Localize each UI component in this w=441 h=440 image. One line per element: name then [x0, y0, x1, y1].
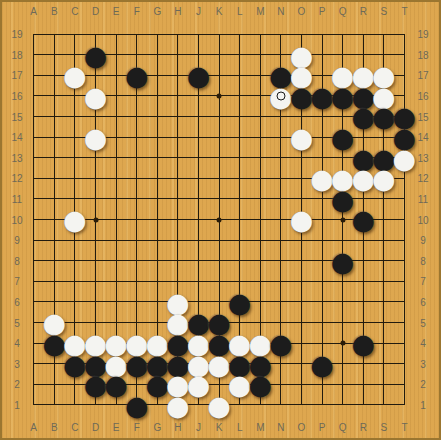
intersection-G3[interactable]: ● [147, 353, 168, 374]
intersection-M12[interactable] [250, 168, 271, 189]
intersection-D7[interactable] [85, 271, 106, 292]
intersection-A1[interactable] [23, 394, 44, 415]
intersection-L2[interactable]: ● [229, 374, 250, 395]
intersection-K8[interactable] [209, 250, 230, 271]
intersection-M17[interactable] [250, 65, 271, 86]
intersection-R18[interactable] [353, 44, 374, 65]
intersection-S17[interactable]: ● [373, 65, 394, 86]
intersection-F5[interactable] [126, 312, 147, 333]
intersection-B12[interactable] [44, 168, 65, 189]
intersection-S14[interactable] [373, 127, 394, 148]
intersection-M8[interactable] [250, 250, 271, 271]
intersection-H12[interactable] [168, 168, 189, 189]
intersection-D9[interactable] [85, 230, 106, 251]
intersection-L13[interactable] [229, 147, 250, 168]
intersection-N7[interactable] [271, 271, 292, 292]
intersection-L3[interactable]: ● [229, 353, 250, 374]
intersection-H14[interactable] [168, 127, 189, 148]
intersection-N18[interactable] [271, 44, 292, 65]
intersection-N5[interactable] [271, 312, 292, 333]
intersection-T17[interactable] [394, 65, 415, 86]
intersection-D6[interactable] [85, 292, 106, 313]
intersection-H15[interactable] [168, 106, 189, 127]
intersection-A5[interactable] [23, 312, 44, 333]
intersection-D5[interactable] [85, 312, 106, 333]
intersection-Q12[interactable]: ● [332, 168, 353, 189]
intersection-R19[interactable] [353, 24, 374, 45]
intersection-B7[interactable] [44, 271, 65, 292]
intersection-P19[interactable] [312, 24, 333, 45]
intersection-M13[interactable] [250, 147, 271, 168]
intersection-S7[interactable] [373, 271, 394, 292]
intersection-Q1[interactable] [332, 394, 353, 415]
intersection-D2[interactable]: ● [85, 374, 106, 395]
intersection-F10[interactable] [126, 209, 147, 230]
intersection-J8[interactable] [188, 250, 209, 271]
intersection-F13[interactable] [126, 147, 147, 168]
intersection-N10[interactable] [271, 209, 292, 230]
intersection-H18[interactable] [168, 44, 189, 65]
intersection-R6[interactable] [353, 292, 374, 313]
intersection-M4[interactable]: ● [250, 333, 271, 354]
intersection-S9[interactable] [373, 230, 394, 251]
intersection-F15[interactable] [126, 106, 147, 127]
intersection-H17[interactable] [168, 65, 189, 86]
intersection-C2[interactable] [65, 374, 86, 395]
intersection-N9[interactable] [271, 230, 292, 251]
intersection-E5[interactable] [106, 312, 127, 333]
intersection-B17[interactable] [44, 65, 65, 86]
intersection-K9[interactable] [209, 230, 230, 251]
intersection-C12[interactable] [65, 168, 86, 189]
intersection-E17[interactable] [106, 65, 127, 86]
intersection-L4[interactable]: ● [229, 333, 250, 354]
intersection-T12[interactable] [394, 168, 415, 189]
intersection-Q5[interactable] [332, 312, 353, 333]
intersection-C13[interactable] [65, 147, 86, 168]
intersection-Q18[interactable] [332, 44, 353, 65]
intersection-A4[interactable] [23, 333, 44, 354]
intersection-J15[interactable] [188, 106, 209, 127]
intersection-N4[interactable]: ● [271, 333, 292, 354]
intersection-M18[interactable] [250, 44, 271, 65]
intersection-K5[interactable]: ● [209, 312, 230, 333]
intersection-D10[interactable] [85, 209, 106, 230]
intersection-G2[interactable]: ● [147, 374, 168, 395]
intersection-A8[interactable] [23, 250, 44, 271]
intersection-R3[interactable] [353, 353, 374, 374]
intersection-Q7[interactable] [332, 271, 353, 292]
intersection-K12[interactable] [209, 168, 230, 189]
intersection-E13[interactable] [106, 147, 127, 168]
intersection-R7[interactable] [353, 271, 374, 292]
intersection-O12[interactable] [291, 168, 312, 189]
intersection-A3[interactable] [23, 353, 44, 374]
intersection-O10[interactable]: ● [291, 209, 312, 230]
intersection-A14[interactable] [23, 127, 44, 148]
intersection-T2[interactable] [394, 374, 415, 395]
intersection-O3[interactable] [291, 353, 312, 374]
intersection-M9[interactable] [250, 230, 271, 251]
intersection-A13[interactable] [23, 147, 44, 168]
intersection-M5[interactable] [250, 312, 271, 333]
intersection-D13[interactable] [85, 147, 106, 168]
intersection-H6[interactable]: ● [168, 292, 189, 313]
intersection-D17[interactable] [85, 65, 106, 86]
intersection-G13[interactable] [147, 147, 168, 168]
intersection-F9[interactable] [126, 230, 147, 251]
intersection-T11[interactable] [394, 189, 415, 210]
intersection-R17[interactable]: ● [353, 65, 374, 86]
intersection-G15[interactable] [147, 106, 168, 127]
intersection-P7[interactable] [312, 271, 333, 292]
intersection-R5[interactable] [353, 312, 374, 333]
intersection-J9[interactable] [188, 230, 209, 251]
intersection-O13[interactable] [291, 147, 312, 168]
intersection-N3[interactable] [271, 353, 292, 374]
intersection-F14[interactable] [126, 127, 147, 148]
intersection-A16[interactable] [23, 86, 44, 107]
intersection-B14[interactable] [44, 127, 65, 148]
intersection-O14[interactable]: ● [291, 127, 312, 148]
intersection-C15[interactable] [65, 106, 86, 127]
intersection-B4[interactable]: ● [44, 333, 65, 354]
intersection-P18[interactable] [312, 44, 333, 65]
intersection-L1[interactable] [229, 394, 250, 415]
intersection-T4[interactable] [394, 333, 415, 354]
intersection-P5[interactable] [312, 312, 333, 333]
intersection-H3[interactable]: ● [168, 353, 189, 374]
intersection-T5[interactable] [394, 312, 415, 333]
intersection-S5[interactable] [373, 312, 394, 333]
intersection-B5[interactable]: ● [44, 312, 65, 333]
intersection-J17[interactable]: ● [188, 65, 209, 86]
intersection-S2[interactable] [373, 374, 394, 395]
intersection-H5[interactable]: ● [168, 312, 189, 333]
intersection-Q9[interactable] [332, 230, 353, 251]
intersection-B16[interactable] [44, 86, 65, 107]
intersection-J13[interactable] [188, 147, 209, 168]
intersection-H19[interactable] [168, 24, 189, 45]
intersection-K1[interactable]: ● [209, 394, 230, 415]
intersection-E2[interactable]: ● [106, 374, 127, 395]
intersection-C1[interactable] [65, 394, 86, 415]
intersection-D15[interactable] [85, 106, 106, 127]
intersection-E19[interactable] [106, 24, 127, 45]
intersection-F1[interactable]: ● [126, 394, 147, 415]
intersection-R14[interactable] [353, 127, 374, 148]
intersection-E14[interactable] [106, 127, 127, 148]
intersection-G10[interactable] [147, 209, 168, 230]
intersection-J6[interactable] [188, 292, 209, 313]
intersection-A7[interactable] [23, 271, 44, 292]
intersection-K3[interactable]: ● [209, 353, 230, 374]
intersection-C17[interactable]: ● [65, 65, 86, 86]
intersection-D3[interactable]: ● [85, 353, 106, 374]
intersection-C4[interactable]: ● [65, 333, 86, 354]
intersection-O5[interactable] [291, 312, 312, 333]
intersection-J18[interactable] [188, 44, 209, 65]
intersection-D19[interactable] [85, 24, 106, 45]
intersection-F16[interactable] [126, 86, 147, 107]
intersection-L15[interactable] [229, 106, 250, 127]
intersection-J14[interactable] [188, 127, 209, 148]
intersection-A12[interactable] [23, 168, 44, 189]
intersection-B13[interactable] [44, 147, 65, 168]
intersection-J3[interactable]: ● [188, 353, 209, 374]
intersection-K6[interactable] [209, 292, 230, 313]
intersection-H9[interactable] [168, 230, 189, 251]
intersection-F18[interactable] [126, 44, 147, 65]
intersection-C18[interactable] [65, 44, 86, 65]
intersection-A6[interactable] [23, 292, 44, 313]
intersection-E10[interactable] [106, 209, 127, 230]
intersection-P9[interactable] [312, 230, 333, 251]
intersection-L12[interactable] [229, 168, 250, 189]
intersection-H4[interactable]: ● [168, 333, 189, 354]
intersection-O15[interactable] [291, 106, 312, 127]
intersection-F8[interactable] [126, 250, 147, 271]
intersection-M19[interactable] [250, 24, 271, 45]
intersection-L5[interactable] [229, 312, 250, 333]
intersection-J7[interactable] [188, 271, 209, 292]
intersection-D14[interactable]: ● [85, 127, 106, 148]
intersection-O8[interactable] [291, 250, 312, 271]
intersection-R4[interactable]: ● [353, 333, 374, 354]
intersection-K18[interactable] [209, 44, 230, 65]
intersection-A9[interactable] [23, 230, 44, 251]
intersection-O16[interactable]: ● [291, 86, 312, 107]
intersection-L11[interactable] [229, 189, 250, 210]
intersection-P2[interactable] [312, 374, 333, 395]
intersection-O2[interactable] [291, 374, 312, 395]
intersection-S19[interactable] [373, 24, 394, 45]
intersection-J4[interactable]: ● [188, 333, 209, 354]
intersection-K7[interactable] [209, 271, 230, 292]
intersection-F2[interactable] [126, 374, 147, 395]
intersection-H1[interactable]: ● [168, 394, 189, 415]
intersection-R15[interactable]: ● [353, 106, 374, 127]
intersection-E4[interactable]: ● [106, 333, 127, 354]
intersection-R11[interactable] [353, 189, 374, 210]
intersection-P4[interactable] [312, 333, 333, 354]
intersection-F12[interactable] [126, 168, 147, 189]
intersection-A2[interactable] [23, 374, 44, 395]
intersection-D11[interactable] [85, 189, 106, 210]
intersection-H7[interactable] [168, 271, 189, 292]
intersection-P15[interactable] [312, 106, 333, 127]
intersection-Q17[interactable]: ● [332, 65, 353, 86]
intersection-B10[interactable] [44, 209, 65, 230]
intersection-O9[interactable] [291, 230, 312, 251]
intersection-E3[interactable]: ● [106, 353, 127, 374]
intersection-J2[interactable]: ● [188, 374, 209, 395]
intersection-B6[interactable] [44, 292, 65, 313]
intersection-K19[interactable] [209, 24, 230, 45]
intersection-K16[interactable] [209, 86, 230, 107]
intersection-M1[interactable] [250, 394, 271, 415]
intersection-C16[interactable] [65, 86, 86, 107]
intersection-P3[interactable]: ● [312, 353, 333, 374]
intersection-N19[interactable] [271, 24, 292, 45]
intersection-K13[interactable] [209, 147, 230, 168]
intersection-O4[interactable] [291, 333, 312, 354]
intersection-Q10[interactable] [332, 209, 353, 230]
intersection-L16[interactable] [229, 86, 250, 107]
intersection-B8[interactable] [44, 250, 65, 271]
intersection-N12[interactable] [271, 168, 292, 189]
intersection-C10[interactable]: ● [65, 209, 86, 230]
intersection-T3[interactable] [394, 353, 415, 374]
intersection-T18[interactable] [394, 44, 415, 65]
intersection-D1[interactable] [85, 394, 106, 415]
intersection-N6[interactable] [271, 292, 292, 313]
intersection-R16[interactable]: ● [353, 86, 374, 107]
intersection-B1[interactable] [44, 394, 65, 415]
intersection-O7[interactable] [291, 271, 312, 292]
intersection-P14[interactable] [312, 127, 333, 148]
intersection-A18[interactable] [23, 44, 44, 65]
intersection-J19[interactable] [188, 24, 209, 45]
intersection-R10[interactable]: ● [353, 209, 374, 230]
intersection-M6[interactable] [250, 292, 271, 313]
intersection-M16[interactable] [250, 86, 271, 107]
intersection-Q3[interactable] [332, 353, 353, 374]
intersection-C8[interactable] [65, 250, 86, 271]
intersection-E12[interactable] [106, 168, 127, 189]
intersection-S16[interactable]: ● [373, 86, 394, 107]
intersection-N17[interactable]: ● [271, 65, 292, 86]
intersection-J5[interactable]: ● [188, 312, 209, 333]
intersection-S13[interactable]: ● [373, 147, 394, 168]
intersection-B9[interactable] [44, 230, 65, 251]
intersection-S10[interactable] [373, 209, 394, 230]
intersection-E9[interactable] [106, 230, 127, 251]
intersection-K11[interactable] [209, 189, 230, 210]
intersection-D4[interactable]: ● [85, 333, 106, 354]
intersection-T15[interactable]: ● [394, 106, 415, 127]
intersection-F3[interactable]: ● [126, 353, 147, 374]
intersection-G14[interactable] [147, 127, 168, 148]
intersection-G8[interactable] [147, 250, 168, 271]
intersection-L17[interactable] [229, 65, 250, 86]
intersection-H16[interactable] [168, 86, 189, 107]
intersection-A11[interactable] [23, 189, 44, 210]
intersection-G5[interactable] [147, 312, 168, 333]
intersection-L19[interactable] [229, 24, 250, 45]
intersection-Q8[interactable]: ● [332, 250, 353, 271]
intersection-N11[interactable] [271, 189, 292, 210]
intersection-P12[interactable]: ● [312, 168, 333, 189]
intersection-G19[interactable] [147, 24, 168, 45]
intersection-T10[interactable] [394, 209, 415, 230]
intersection-Q14[interactable]: ● [332, 127, 353, 148]
intersection-K4[interactable]: ● [209, 333, 230, 354]
intersection-T13[interactable]: ● [394, 147, 415, 168]
intersection-M15[interactable] [250, 106, 271, 127]
intersection-N15[interactable] [271, 106, 292, 127]
intersection-T6[interactable] [394, 292, 415, 313]
intersection-A15[interactable] [23, 106, 44, 127]
intersection-B19[interactable] [44, 24, 65, 45]
intersection-F11[interactable] [126, 189, 147, 210]
intersection-M2[interactable]: ● [250, 374, 271, 395]
intersection-C9[interactable] [65, 230, 86, 251]
intersection-H2[interactable]: ● [168, 374, 189, 395]
intersection-T7[interactable] [394, 271, 415, 292]
intersection-N8[interactable] [271, 250, 292, 271]
intersection-T19[interactable] [394, 24, 415, 45]
intersection-Q2[interactable] [332, 374, 353, 395]
intersection-G6[interactable] [147, 292, 168, 313]
intersection-R12[interactable]: ● [353, 168, 374, 189]
intersection-Q6[interactable] [332, 292, 353, 313]
intersection-A17[interactable] [23, 65, 44, 86]
intersection-R8[interactable] [353, 250, 374, 271]
intersection-C3[interactable]: ● [65, 353, 86, 374]
intersection-B15[interactable] [44, 106, 65, 127]
intersection-G11[interactable] [147, 189, 168, 210]
intersection-S8[interactable] [373, 250, 394, 271]
intersection-G9[interactable] [147, 230, 168, 251]
intersection-F19[interactable] [126, 24, 147, 45]
intersection-S18[interactable] [373, 44, 394, 65]
intersection-G7[interactable] [147, 271, 168, 292]
intersection-T16[interactable] [394, 86, 415, 107]
intersection-Q11[interactable]: ● [332, 189, 353, 210]
intersection-L18[interactable] [229, 44, 250, 65]
intersection-K17[interactable] [209, 65, 230, 86]
intersection-P8[interactable] [312, 250, 333, 271]
intersection-G17[interactable] [147, 65, 168, 86]
intersection-M14[interactable] [250, 127, 271, 148]
intersection-F7[interactable] [126, 271, 147, 292]
intersection-B3[interactable] [44, 353, 65, 374]
intersection-J16[interactable] [188, 86, 209, 107]
intersection-B18[interactable] [44, 44, 65, 65]
intersection-B2[interactable] [44, 374, 65, 395]
intersection-E15[interactable] [106, 106, 127, 127]
intersection-D12[interactable] [85, 168, 106, 189]
intersection-C6[interactable] [65, 292, 86, 313]
intersection-C19[interactable] [65, 24, 86, 45]
intersection-G1[interactable] [147, 394, 168, 415]
intersection-O17[interactable]: ● [291, 65, 312, 86]
intersection-D8[interactable] [85, 250, 106, 271]
intersection-N14[interactable] [271, 127, 292, 148]
intersection-S6[interactable] [373, 292, 394, 313]
intersection-E18[interactable] [106, 44, 127, 65]
intersection-M3[interactable]: ● [250, 353, 271, 374]
intersection-J1[interactable] [188, 394, 209, 415]
intersection-P6[interactable] [312, 292, 333, 313]
intersection-A10[interactable] [23, 209, 44, 230]
intersection-M10[interactable] [250, 209, 271, 230]
intersection-M11[interactable] [250, 189, 271, 210]
intersection-H10[interactable] [168, 209, 189, 230]
intersection-M7[interactable] [250, 271, 271, 292]
intersection-E7[interactable] [106, 271, 127, 292]
intersection-P11[interactable] [312, 189, 333, 210]
intersection-S3[interactable] [373, 353, 394, 374]
intersection-E1[interactable] [106, 394, 127, 415]
intersection-N2[interactable] [271, 374, 292, 395]
intersection-Q16[interactable]: ● [332, 86, 353, 107]
intersection-O18[interactable]: ● [291, 44, 312, 65]
intersection-G18[interactable] [147, 44, 168, 65]
intersection-S15[interactable]: ● [373, 106, 394, 127]
intersection-J11[interactable] [188, 189, 209, 210]
